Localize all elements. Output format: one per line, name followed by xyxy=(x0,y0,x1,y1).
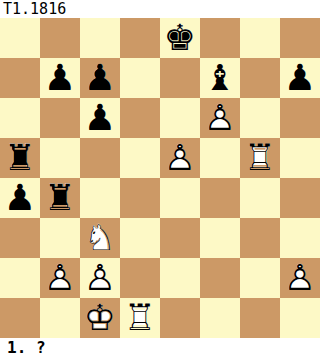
white-pawn-piece: ♟♙ xyxy=(80,258,120,298)
square-f6[interactable]: ♟♙ xyxy=(200,98,240,138)
square-h8[interactable] xyxy=(280,18,320,58)
white-pawn-piece: ♟♙ xyxy=(40,258,80,298)
square-e2[interactable] xyxy=(160,258,200,298)
square-d1[interactable]: ♜♖ xyxy=(120,298,160,338)
square-b4[interactable]: ♖♜ xyxy=(40,178,80,218)
white-rook-piece: ♜♖ xyxy=(240,138,280,178)
white-rook-piece: ♜♖ xyxy=(120,298,160,338)
square-h7[interactable]: ♙♟ xyxy=(280,58,320,98)
white-pawn-piece: ♟♙ xyxy=(160,138,200,178)
square-f3[interactable] xyxy=(200,218,240,258)
square-c2[interactable]: ♟♙ xyxy=(80,258,120,298)
square-b1[interactable] xyxy=(40,298,80,338)
move-prompt: 1. ? xyxy=(0,338,320,360)
square-c1[interactable]: ♚♔ xyxy=(80,298,120,338)
square-h1[interactable] xyxy=(280,298,320,338)
square-h5[interactable] xyxy=(280,138,320,178)
puzzle-title: T1.1816 xyxy=(0,0,320,18)
square-g6[interactable] xyxy=(240,98,280,138)
square-a1[interactable] xyxy=(0,298,40,338)
square-h3[interactable] xyxy=(280,218,320,258)
square-a3[interactable] xyxy=(0,218,40,258)
square-g7[interactable] xyxy=(240,58,280,98)
square-a5[interactable]: ♖♜ xyxy=(0,138,40,178)
square-g1[interactable] xyxy=(240,298,280,338)
square-d3[interactable] xyxy=(120,218,160,258)
square-f1[interactable] xyxy=(200,298,240,338)
square-f5[interactable] xyxy=(200,138,240,178)
white-king-piece: ♚♔ xyxy=(80,298,120,338)
black-pawn-piece: ♙♟ xyxy=(80,58,120,98)
square-h2[interactable]: ♟♙ xyxy=(280,258,320,298)
square-e8[interactable]: ♔♚ xyxy=(160,18,200,58)
square-d6[interactable] xyxy=(120,98,160,138)
black-rook-piece: ♖♜ xyxy=(0,138,40,178)
black-pawn-piece: ♙♟ xyxy=(40,58,80,98)
square-e4[interactable] xyxy=(160,178,200,218)
square-a7[interactable] xyxy=(0,58,40,98)
square-e6[interactable] xyxy=(160,98,200,138)
chess-puzzle-page: T1.1816 ♔♚♙♟♙♟♗♝♙♟♙♟♟♙♖♜♟♙♜♖♙♟♖♜♞♘♟♙♟♙♟♙… xyxy=(0,0,320,360)
square-c8[interactable] xyxy=(80,18,120,58)
square-c6[interactable]: ♙♟ xyxy=(80,98,120,138)
white-pawn-piece: ♟♙ xyxy=(200,98,240,138)
black-rook-piece: ♖♜ xyxy=(40,178,80,218)
square-e7[interactable] xyxy=(160,58,200,98)
square-c5[interactable] xyxy=(80,138,120,178)
square-b6[interactable] xyxy=(40,98,80,138)
square-g5[interactable]: ♜♖ xyxy=(240,138,280,178)
square-g8[interactable] xyxy=(240,18,280,58)
square-h4[interactable] xyxy=(280,178,320,218)
square-e1[interactable] xyxy=(160,298,200,338)
black-pawn-piece: ♙♟ xyxy=(280,58,320,98)
square-d5[interactable] xyxy=(120,138,160,178)
square-g4[interactable] xyxy=(240,178,280,218)
square-a8[interactable] xyxy=(0,18,40,58)
square-b3[interactable] xyxy=(40,218,80,258)
square-c7[interactable]: ♙♟ xyxy=(80,58,120,98)
square-b8[interactable] xyxy=(40,18,80,58)
square-c3[interactable]: ♞♘ xyxy=(80,218,120,258)
square-a6[interactable] xyxy=(0,98,40,138)
white-knight-piece: ♞♘ xyxy=(80,218,120,258)
chess-board: ♔♚♙♟♙♟♗♝♙♟♙♟♟♙♖♜♟♙♜♖♙♟♖♜♞♘♟♙♟♙♟♙♚♔♜♖ xyxy=(0,18,320,338)
square-f8[interactable] xyxy=(200,18,240,58)
black-king-piece: ♔♚ xyxy=(160,18,200,58)
square-f2[interactable] xyxy=(200,258,240,298)
square-d8[interactable] xyxy=(120,18,160,58)
square-c4[interactable] xyxy=(80,178,120,218)
square-e5[interactable]: ♟♙ xyxy=(160,138,200,178)
black-pawn-piece: ♙♟ xyxy=(0,178,40,218)
square-a4[interactable]: ♙♟ xyxy=(0,178,40,218)
square-d4[interactable] xyxy=(120,178,160,218)
square-e3[interactable] xyxy=(160,218,200,258)
square-d2[interactable] xyxy=(120,258,160,298)
square-b2[interactable]: ♟♙ xyxy=(40,258,80,298)
square-b5[interactable] xyxy=(40,138,80,178)
square-a2[interactable] xyxy=(0,258,40,298)
square-g3[interactable] xyxy=(240,218,280,258)
black-pawn-piece: ♙♟ xyxy=(80,98,120,138)
square-g2[interactable] xyxy=(240,258,280,298)
square-f7[interactable]: ♗♝ xyxy=(200,58,240,98)
square-h6[interactable] xyxy=(280,98,320,138)
square-b7[interactable]: ♙♟ xyxy=(40,58,80,98)
square-d7[interactable] xyxy=(120,58,160,98)
black-bishop-piece: ♗♝ xyxy=(200,58,240,98)
square-f4[interactable] xyxy=(200,178,240,218)
white-pawn-piece: ♟♙ xyxy=(280,258,320,298)
